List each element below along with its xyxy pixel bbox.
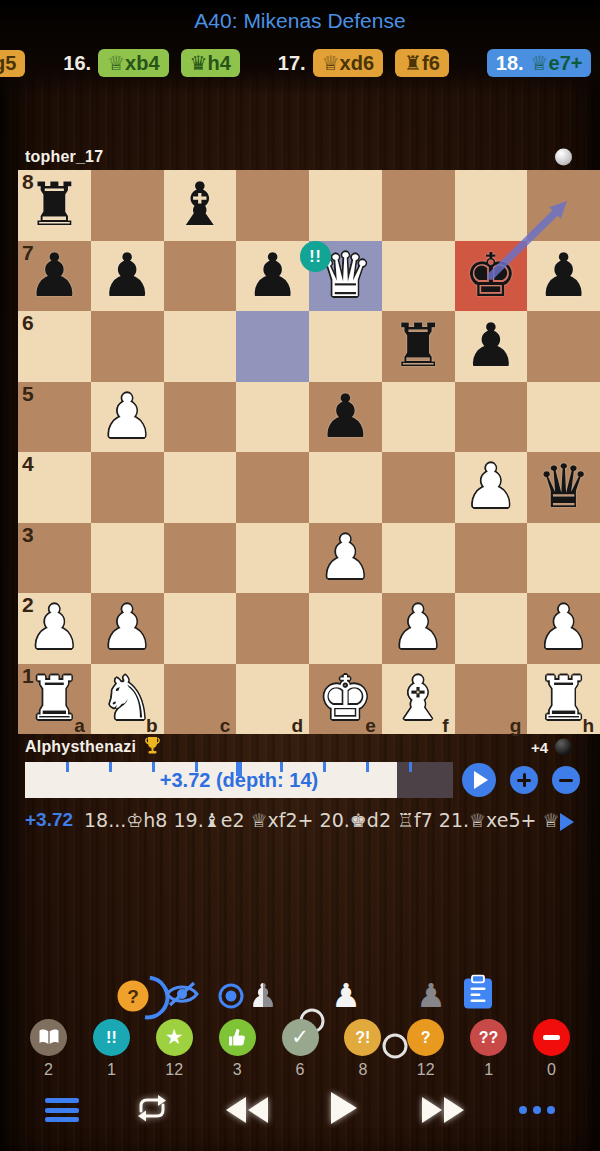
- move-number: 18.: [496, 52, 524, 75]
- good-count: 6: [296, 1061, 305, 1079]
- white-king-e1[interactable]: ♚: [309, 664, 382, 735]
- score-badge: +4: [531, 739, 548, 756]
- bottom-navigation: [0, 1082, 600, 1140]
- dubious-icon: ?!: [344, 1019, 381, 1056]
- square-a6[interactable]: 6: [18, 311, 91, 382]
- white-pawn-b5[interactable]: ♟: [91, 382, 164, 453]
- play-button[interactable]: [331, 1092, 357, 1128]
- white-bishop-f1[interactable]: ♝: [382, 664, 455, 735]
- square-f3[interactable]: [382, 523, 455, 594]
- evaluation-text: +3.72 (depth: 14): [25, 762, 453, 798]
- black-pawn-a7[interactable]: ♟: [18, 241, 91, 312]
- evaluation-bar: +3.72 (depth: 14): [25, 762, 453, 798]
- annotation-star[interactable]: ★12: [156, 1019, 193, 1079]
- square-d5[interactable]: [236, 382, 309, 453]
- square-c6[interactable]: [164, 311, 237, 382]
- square-b6[interactable]: [91, 311, 164, 382]
- square-d2[interactable]: [236, 593, 309, 664]
- line-moves: 18...♔h8 19.♝e2 ♕xf2+ 20.♚d2 ♖f7 21.♕xe5…: [84, 809, 560, 831]
- player-top: topher_17: [25, 146, 582, 168]
- square-g2[interactable]: [455, 593, 528, 664]
- black-pawn-e5[interactable]: ♟: [309, 382, 382, 453]
- clipboard-button[interactable]: [463, 975, 494, 1014]
- black-pawn-d7[interactable]: ♟: [236, 241, 309, 312]
- annotation-remove[interactable]: 0: [533, 1019, 570, 1079]
- annotation-thumbs-up[interactable]: 3: [219, 1019, 256, 1079]
- black-rook-f6[interactable]: ♜: [382, 311, 455, 382]
- dubious-count: 8: [358, 1061, 367, 1079]
- square-c5[interactable]: [164, 382, 237, 453]
- remove-line-button[interactable]: [552, 766, 580, 794]
- annotation-good[interactable]: ✓6: [282, 1019, 319, 1079]
- play-line-icon[interactable]: [560, 813, 574, 831]
- square-e2[interactable]: [309, 593, 382, 664]
- square-f4[interactable]: [382, 452, 455, 523]
- white-side-indicator-icon: [555, 149, 572, 166]
- square-d6[interactable]: [236, 311, 309, 382]
- square-d8[interactable]: [236, 170, 309, 241]
- square-g1[interactable]: g: [455, 664, 528, 735]
- black-pawn-h7[interactable]: ♟: [527, 241, 600, 312]
- file-label-c: c: [220, 715, 231, 737]
- engine-play-button[interactable]: [462, 763, 496, 797]
- player-bottom-name: Alphysthenazi: [25, 738, 136, 756]
- black-pawn-g6[interactable]: ♟: [455, 311, 528, 382]
- annotation-book[interactable]: 2: [30, 1019, 67, 1079]
- thumbs-up-count: 3: [233, 1061, 242, 1079]
- rank-label-6: 6: [22, 311, 34, 334]
- line-eval: +3.72: [25, 809, 73, 831]
- fast-forward-button[interactable]: [422, 1097, 464, 1123]
- white-pawn-e3[interactable]: ♟: [309, 523, 382, 594]
- mistake-icon: ?: [407, 1019, 444, 1056]
- more-button[interactable]: [519, 1106, 555, 1114]
- analysis-line[interactable]: +3.72 18...♔h8 19.♝e2 ♕xf2+ 20.♚d2 ♖f7 2…: [0, 809, 600, 839]
- square-e6[interactable]: [309, 311, 382, 382]
- remove-count: 0: [547, 1061, 556, 1079]
- square-g3[interactable]: [455, 523, 528, 594]
- white-pawn-b2[interactable]: ♟: [91, 593, 164, 664]
- show-both-radio[interactable]: [219, 984, 244, 1009]
- white-pawn-g4[interactable]: ♟: [455, 452, 528, 523]
- file-label-d: d: [291, 715, 303, 737]
- trophy-icon: [144, 736, 161, 759]
- square-d3[interactable]: [236, 523, 309, 594]
- black-side-indicator-icon: [555, 739, 572, 756]
- annotation-blunder[interactable]: ??1: [470, 1019, 507, 1079]
- annotation-brilliant[interactable]: !!1: [93, 1019, 130, 1079]
- white-pawn-f2[interactable]: ♟: [382, 593, 455, 664]
- book-count: 2: [44, 1061, 53, 1079]
- brilliant-icon: !!: [93, 1019, 130, 1056]
- hint-button[interactable]: ?: [118, 981, 149, 1012]
- annotation-counts: 2!!1★123✓6?!8?12??10: [0, 1019, 600, 1079]
- eye-off-icon: [164, 981, 200, 1007]
- square-h3[interactable]: [527, 523, 600, 594]
- star-count: 12: [165, 1061, 183, 1079]
- rewind-button[interactable]: [226, 1097, 268, 1123]
- square-g5[interactable]: [455, 382, 528, 453]
- both-sides-pawn-icon: ♟: [248, 979, 278, 1012]
- move-badge-f6[interactable]: ♜f6: [395, 49, 449, 77]
- hide-arrows-button[interactable]: [164, 981, 200, 1011]
- blunder-count: 1: [484, 1061, 493, 1079]
- move-badge-h4[interactable]: ♛h4: [181, 49, 240, 77]
- move-badge-g5[interactable]: g5: [0, 50, 25, 77]
- white-rook-a1[interactable]: ♜: [18, 664, 91, 735]
- black-queen-h4[interactable]: ♛: [527, 452, 600, 523]
- player-bottom: Alphysthenazi +4: [25, 736, 582, 758]
- move-list: g516.♕xb4♛h417.♕xd6♜f618.♕e7+: [0, 47, 600, 79]
- white-pawn-icon: ♟: [331, 979, 361, 1012]
- move-label: ♕e7+: [531, 51, 583, 75]
- annotation-dubious[interactable]: ?!8: [344, 1019, 381, 1079]
- square-c7[interactable]: [164, 241, 237, 312]
- square-c1[interactable]: c: [164, 664, 237, 735]
- square-a5[interactable]: 5: [18, 382, 91, 453]
- menu-button[interactable]: [45, 1098, 79, 1122]
- opening-title: A40: Mikenas Defense: [0, 9, 600, 33]
- square-d1[interactable]: d: [236, 664, 309, 735]
- square-h8[interactable]: [527, 170, 600, 241]
- rank-label-4: 4: [22, 452, 34, 475]
- move-badge-xb4[interactable]: ♕xb4: [98, 49, 168, 77]
- brilliant-count: 1: [107, 1061, 116, 1079]
- player-top-name: topher_17: [25, 148, 103, 166]
- white-pawn-h2[interactable]: ♟: [527, 593, 600, 664]
- square-c2[interactable]: [164, 593, 237, 664]
- square-h6[interactable]: [527, 311, 600, 382]
- remove-icon: [533, 1019, 570, 1056]
- mistake-count: 12: [417, 1061, 435, 1079]
- star-icon: ★: [156, 1019, 193, 1056]
- app-header: A40: Mikenas Defense g516.♕xb4♛h417.♕xd6…: [0, 0, 600, 96]
- square-e4[interactable]: [309, 452, 382, 523]
- move-number: 17.: [278, 52, 306, 75]
- square-a4[interactable]: 4: [18, 452, 91, 523]
- square-f8[interactable]: [382, 170, 455, 241]
- move-annotation-badge: !!: [300, 241, 331, 272]
- square-f5[interactable]: [382, 382, 455, 453]
- file-label-g: g: [510, 715, 522, 737]
- black-king-g7[interactable]: ♚: [455, 241, 528, 312]
- add-line-button[interactable]: [510, 766, 538, 794]
- move-badge-xd6[interactable]: ♕xd6: [313, 49, 383, 77]
- thumbs-up-icon: [219, 1019, 256, 1056]
- chess-board[interactable]: 87654321abcdefgh ♜♝♟♟♟♛♚♟♜♟♟♟♟♛♟♟♟♟♟♜♞♚♝…: [18, 170, 600, 734]
- square-e8[interactable]: [309, 170, 382, 241]
- square-d4[interactable]: [236, 452, 309, 523]
- square-b4[interactable]: [91, 452, 164, 523]
- chess-analysis-app: A40: Mikenas Defense g516.♕xb4♛h417.♕xd6…: [0, 0, 600, 1151]
- move-number: 16.: [63, 52, 91, 75]
- square-b8[interactable]: [91, 170, 164, 241]
- repeat-icon: [133, 1094, 171, 1122]
- good-icon: ✓: [282, 1019, 319, 1056]
- white-knight-b1[interactable]: ♞: [91, 664, 164, 735]
- square-g8[interactable]: [455, 170, 528, 241]
- black-bishop-c8[interactable]: ♝: [164, 170, 237, 241]
- white-rook-h1[interactable]: ♜: [527, 664, 600, 735]
- rank-label-3: 3: [22, 523, 34, 546]
- white-pawn-a2[interactable]: ♟: [18, 593, 91, 664]
- square-h5[interactable]: [527, 382, 600, 453]
- black-pawn-b7[interactable]: ♟: [91, 241, 164, 312]
- square-f7[interactable]: [382, 241, 455, 312]
- blunder-icon: ??: [470, 1019, 507, 1056]
- rank-label-5: 5: [22, 382, 34, 405]
- black-pawn-icon: ♟: [416, 979, 446, 1012]
- book-icon: [30, 1019, 67, 1056]
- square-b3[interactable]: [91, 523, 164, 594]
- move-badge-e7+[interactable]: 18.♕e7+: [487, 49, 592, 77]
- repeat-button[interactable]: [133, 1094, 171, 1126]
- black-rook-a8[interactable]: ♜: [18, 170, 91, 241]
- square-c3[interactable]: [164, 523, 237, 594]
- annotation-mistake[interactable]: ?12: [407, 1019, 444, 1079]
- square-a3[interactable]: 3: [18, 523, 91, 594]
- clipboard-icon: [463, 975, 494, 1010]
- square-c4[interactable]: [164, 452, 237, 523]
